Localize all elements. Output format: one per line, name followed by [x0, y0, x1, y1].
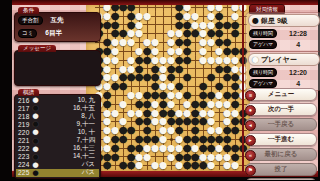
white-stone: ●	[167, 126, 175, 135]
board-point-r10-c13[interactable]	[191, 82, 199, 91]
white-stone: ●	[143, 153, 151, 162]
white-stone: ●	[167, 153, 175, 162]
board-point-r19-c16[interactable]	[215, 161, 223, 170]
board-point-r5-c9[interactable]	[159, 38, 167, 47]
black-stone: ●	[135, 73, 143, 82]
goban-grid[interactable]: ●●●●●●●●●●●●●●●●●●●●●●●●●●●●●●●●●●●●●●●●…	[95, 3, 247, 170]
black-stone: ●	[199, 161, 207, 170]
board-point-r19-c6[interactable]: ●	[135, 161, 143, 170]
board-point-r8-c14[interactable]	[199, 65, 207, 74]
board-point-r3-c9[interactable]	[159, 21, 167, 30]
white-time-row: 残り時間 12:20	[248, 66, 320, 77]
white-move-stone-icon: ●	[31, 161, 40, 169]
white-stone: ●	[207, 161, 215, 170]
board-point-r13-c5[interactable]: ●	[127, 109, 135, 118]
move-number: 217	[18, 105, 31, 112]
white-player-name: プレイヤー	[261, 55, 297, 65]
board-point-r9-c13[interactable]	[191, 73, 199, 82]
board-point-r7-c13[interactable]	[191, 56, 199, 65]
black-stone: ●	[111, 82, 119, 91]
handicap-label-badge: 手合割	[18, 16, 43, 25]
black-move-stone-icon: ●	[31, 137, 40, 145]
menu-button-一手進む[interactable]: ▸一手進む	[245, 133, 317, 146]
black-stone: ●	[127, 126, 135, 135]
kifu-tab: 棋譜	[18, 89, 39, 96]
rewind-start-icon: «	[245, 150, 256, 161]
board-point-r19-c5[interactable]: ●	[127, 161, 135, 170]
white-stone: ●	[159, 144, 167, 153]
white-stone: ●	[231, 161, 239, 170]
white-stone: ●	[127, 109, 135, 118]
black-stone: ●	[127, 161, 135, 170]
board-point-r10-c3[interactable]: ●	[111, 82, 119, 91]
menu-button-label: 一手戻る	[268, 120, 294, 129]
board-point-r19-c11[interactable]: ●	[175, 161, 183, 170]
komi-label-badge: コミ	[18, 29, 37, 38]
hint-stone-icon: ●	[245, 105, 256, 116]
suspend-icon: ✕	[245, 180, 256, 181]
board-point-r19-c15[interactable]: ●	[207, 161, 215, 170]
black-stone-icon: ●	[252, 16, 261, 26]
player-card-black: ● 銀星 9級 残り時間 12:28 アゲハマ 4	[245, 12, 320, 52]
board-point-r19-c12[interactable]: ●	[183, 161, 191, 170]
board-point-r13-c16[interactable]	[215, 109, 223, 118]
conditions-panel: 条件 手合割 互先 コミ 6目半	[14, 12, 101, 42]
board-point-r10-c4[interactable]: ●	[119, 82, 127, 91]
white-stone: ●	[111, 109, 119, 118]
white-move-stone-icon: ●	[31, 128, 40, 136]
conditions-tab: 条件	[18, 7, 39, 14]
board-point-r18-c10[interactable]: ●	[167, 153, 175, 162]
step-forward-icon: ▸	[245, 135, 256, 146]
move-number: 225	[18, 169, 31, 176]
side-menu: ≡メニュー●次の一手◂一手戻る▸一手進む«最初に戻る⚑投了✕中断	[245, 88, 317, 180]
board-point-r19-c13[interactable]: ●	[191, 161, 199, 170]
white-stone: ●	[151, 144, 159, 153]
black-stone: ●	[191, 29, 199, 38]
board-point-r2-c4[interactable]	[119, 12, 127, 21]
black-move-stone-icon: ●	[31, 169, 40, 177]
white-stone: ●	[135, 161, 143, 170]
board-point-r4-c6[interactable]: ●	[135, 29, 143, 38]
handicap-row: 手合割 互先	[15, 13, 100, 26]
board-point-r12-c4[interactable]: ●	[119, 100, 127, 109]
board-point-r19-c14[interactable]: ●	[199, 161, 207, 170]
black-stone: ●	[231, 29, 239, 38]
board-point-r7-c12[interactable]: ●	[183, 56, 191, 65]
white-stone: ●	[223, 161, 231, 170]
board-point-r7-c7[interactable]: ●	[143, 56, 151, 65]
board-point-r15-c5[interactable]: ●	[127, 126, 135, 135]
black-stone: ●	[143, 56, 151, 65]
board-point-r14-c6[interactable]: ●	[135, 117, 143, 126]
kifu-move-list[interactable]: 216●10, 九217●16,十五218●8, 八219●9,十一220●10…	[16, 96, 99, 177]
black-stone: ●	[103, 161, 111, 170]
board-point-r2-c7[interactable]: ●	[143, 12, 151, 21]
message-panel: メッセージ	[14, 50, 101, 86]
white-time-value: 12:20	[277, 69, 319, 76]
board-point-r2-c9[interactable]	[159, 12, 167, 21]
menu-button-label: メニュー	[268, 90, 294, 99]
menu-button-label: 最初に戻る	[265, 150, 298, 159]
black-stone: ●	[223, 21, 231, 30]
board-point-r19-c2[interactable]: ●	[103, 161, 111, 170]
board-point-r9-c5[interactable]: ●	[127, 73, 135, 82]
board-point-r17-c8[interactable]: ●	[151, 144, 159, 153]
board-point-r19-c8[interactable]: ●	[151, 161, 159, 170]
black-stone: ●	[223, 73, 231, 82]
black-stone: ●	[215, 65, 223, 74]
board-point-r2-c10[interactable]	[167, 12, 175, 21]
board-point-r4-c18[interactable]: ●	[231, 29, 239, 38]
board-point-r5-c5[interactable]: ●	[127, 38, 135, 47]
board-point-r3-c2[interactable]: ●	[103, 21, 111, 30]
white-move-stone-icon: ●	[31, 96, 40, 104]
move-number: 219	[18, 121, 31, 128]
move-number: 221	[18, 137, 31, 144]
board-point-r19-c10[interactable]	[167, 161, 175, 170]
black-stone: ●	[199, 117, 207, 126]
black-stone: ●	[103, 21, 111, 30]
board-point-r12-c16[interactable]: ●	[215, 100, 223, 109]
menu-button-次の一手[interactable]: ●次の一手	[245, 103, 317, 116]
board-point-r3-c17[interactable]: ●	[223, 21, 231, 30]
white-move-stone-icon: ●	[31, 145, 40, 153]
black-stone: ●	[175, 65, 183, 74]
white-player-nameplate: ● プレイヤー	[248, 53, 320, 66]
white-stone: ●	[127, 91, 135, 100]
board-point-r13-c3[interactable]: ●	[111, 109, 119, 118]
board-point-r7-c14[interactable]: ●	[199, 56, 207, 65]
menu-button-label: 次の一手	[268, 105, 294, 114]
board-right-divider	[242, 4, 244, 172]
board-point-r15-c18[interactable]: ●	[231, 126, 239, 135]
white-stone: ●	[151, 117, 159, 126]
board-point-r5-c13[interactable]	[191, 38, 199, 47]
black-captures-label-badge: アゲハマ	[249, 40, 277, 49]
board-point-r4-c9[interactable]	[159, 29, 167, 38]
game-screen: ●●●●●●●●●●●●●●●●●●●●●●●●●●●●●●●●●●●●●●●●…	[0, 0, 320, 180]
black-stone: ●	[119, 161, 127, 170]
black-stone: ●	[231, 126, 239, 135]
move-number: 218	[18, 113, 31, 120]
black-stone: ●	[207, 73, 215, 82]
screen-edge-left	[0, 0, 12, 180]
step-back-icon: ◂	[245, 120, 256, 131]
black-stone: ●	[119, 82, 127, 91]
black-player-name: 銀星 9級	[261, 16, 288, 26]
board-point-r5-c15[interactable]: ●	[207, 38, 215, 47]
white-captures-row: アゲハマ 4	[248, 77, 320, 88]
board-point-r18-c7[interactable]: ●	[143, 153, 151, 162]
board-point-r14-c8[interactable]: ●	[151, 117, 159, 126]
white-stone: ●	[143, 12, 151, 21]
move-number: 222	[18, 145, 31, 152]
board-point-r19-c7[interactable]	[143, 161, 151, 170]
black-time-value: 12:28	[277, 30, 319, 37]
black-move-stone-icon: ●	[31, 104, 40, 112]
board-point-r9-c15[interactable]: ●	[207, 73, 215, 82]
white-stone: ●	[215, 100, 223, 109]
black-stone: ●	[191, 161, 199, 170]
menu-button-最初に戻る: «最初に戻る	[245, 148, 317, 161]
board-point-r14-c12[interactable]: ●	[183, 117, 191, 126]
white-stone: ●	[207, 38, 215, 47]
menu-button-一手戻る: ◂一手戻る	[245, 118, 317, 131]
board-point-r8-c11[interactable]: ●	[175, 65, 183, 74]
white-stone: ●	[127, 38, 135, 47]
white-stone: ●	[199, 56, 207, 65]
move-coordinate: パス	[40, 168, 97, 177]
black-stone: ●	[111, 153, 119, 162]
black-stone: ●	[183, 117, 191, 126]
black-player-nameplate: ● 銀星 9級	[248, 14, 320, 27]
board-point-r19-c4[interactable]: ●	[119, 161, 127, 170]
white-stone: ●	[119, 100, 127, 109]
move-number: 224	[18, 161, 31, 168]
black-move-stone-icon: ●	[31, 153, 40, 161]
board-point-r17-c9[interactable]: ●	[159, 144, 167, 153]
board-point-r18-c16[interactable]: ●	[215, 153, 223, 162]
menu-icon: ≡	[245, 90, 256, 101]
board-point-r2-c8[interactable]	[151, 12, 159, 21]
white-stone: ●	[175, 161, 183, 170]
move-number: 216	[18, 97, 31, 104]
black-stone: ●	[183, 161, 191, 170]
board-point-r7-c3[interactable]: ●	[111, 56, 119, 65]
game-info-panel: 対局情報 ● 銀星 9級 残り時間 12:28 アゲハマ 4 ● プレイヤー 残…	[245, 4, 318, 174]
white-stone: ●	[151, 161, 159, 170]
board-point-r11-c11[interactable]: ●	[175, 91, 183, 100]
menu-button-メニュー[interactable]: ≡メニュー	[245, 88, 317, 101]
board-point-r18-c3[interactable]: ●	[111, 153, 119, 162]
board-point-r14-c14[interactable]: ●	[199, 117, 207, 126]
kifu-move-row-225[interactable]: 225●パス	[16, 169, 99, 177]
board-point-r4-c13[interactable]: ●	[191, 29, 199, 38]
black-stone: ●	[183, 73, 191, 82]
board-point-r16-c4[interactable]: ●	[119, 135, 127, 144]
board-point-r19-c3[interactable]	[111, 161, 119, 170]
white-captures-label-badge: アゲハマ	[249, 79, 277, 88]
menu-button-label: 投了	[275, 165, 288, 174]
white-stone: ●	[111, 56, 119, 65]
board-point-r11-c3[interactable]	[111, 91, 119, 100]
black-stone: ●	[127, 73, 135, 82]
black-stone: ●	[135, 117, 143, 126]
black-captures-value: 4	[277, 41, 319, 48]
move-number: 223	[18, 153, 31, 160]
board-point-r9-c7[interactable]: ●	[143, 73, 151, 82]
komi-value: 6目半	[45, 29, 62, 38]
black-captures-row: アゲハマ 4	[248, 38, 320, 49]
resign-flag-icon: ⚑	[245, 165, 256, 176]
white-stone: ●	[119, 38, 127, 47]
message-tab: メッセージ	[18, 45, 56, 52]
kifu-panel: 棋譜 216●10, 九217●16,十五218●8, 八219●9,十一220…	[14, 94, 101, 179]
komi-row: コミ 6目半	[15, 26, 100, 39]
menu-button-label: 一手進む	[268, 135, 294, 144]
menu-button-投了: ⚑投了	[245, 163, 317, 176]
board-point-r15-c10[interactable]: ●	[167, 126, 175, 135]
black-stone: ●	[119, 135, 127, 144]
board-point-r17-c4[interactable]	[119, 144, 127, 153]
board-point-r11-c5[interactable]: ●	[127, 91, 135, 100]
menu-button-中断: ✕中断	[245, 178, 317, 180]
white-stone: ●	[135, 29, 143, 38]
white-captures-value: 4	[277, 80, 319, 87]
white-stone: ●	[159, 161, 167, 170]
board-point-r9-c17[interactable]: ●	[223, 73, 231, 82]
board-point-r8-c16[interactable]: ●	[215, 65, 223, 74]
white-time-label-badge: 残り時間	[249, 68, 277, 77]
black-time-label-badge: 残り時間	[249, 29, 277, 38]
board-point-r19-c18[interactable]: ●	[231, 161, 239, 170]
board-point-r9-c12[interactable]: ●	[183, 73, 191, 82]
go-board[interactable]: ●●●●●●●●●●●●●●●●●●●●●●●●●●●●●●●●●●●●●●●●…	[86, 4, 250, 172]
black-stone: ●	[143, 73, 151, 82]
black-time-row: 残り時間 12:28	[248, 27, 320, 38]
board-point-r3-c8[interactable]	[151, 21, 159, 30]
board-point-r19-c17[interactable]: ●	[223, 161, 231, 170]
player-card-white: ● プレイヤー 残り時間 12:20 アゲハマ 4	[245, 51, 320, 91]
white-stone: ●	[207, 56, 215, 65]
board-point-r9-c6[interactable]: ●	[135, 73, 143, 82]
black-stone: ●	[183, 56, 191, 65]
board-point-r3-c7[interactable]	[143, 21, 151, 30]
move-number: 220	[18, 129, 31, 136]
board-point-r6-c4[interactable]	[119, 47, 127, 56]
white-stone: ●	[175, 91, 183, 100]
board-point-r8-c13[interactable]	[191, 65, 199, 74]
white-stone-icon: ●	[252, 55, 261, 65]
board-point-r19-c9[interactable]: ●	[159, 161, 167, 170]
white-stone: ●	[215, 153, 223, 162]
board-point-r5-c4[interactable]: ●	[119, 38, 127, 47]
board-point-r7-c15[interactable]: ●	[207, 56, 215, 65]
handicap-value: 互先	[51, 16, 64, 25]
board-point-r6-c13[interactable]	[191, 47, 199, 56]
